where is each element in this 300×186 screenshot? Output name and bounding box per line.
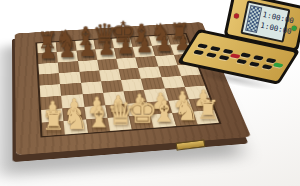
key-button <box>253 55 264 60</box>
left-key-cluster <box>193 43 233 60</box>
square-f7: ♟ <box>133 46 155 57</box>
square-a1: ♜ <box>42 121 65 136</box>
key-button <box>193 49 204 54</box>
white-rook: ♜ <box>42 108 66 135</box>
key-button <box>219 55 230 60</box>
black-pawn: ♟ <box>39 42 57 62</box>
black-pawn: ♟ <box>117 37 135 57</box>
square-c7: ♟ <box>76 50 97 61</box>
square-b6 <box>58 61 79 73</box>
square-c5 <box>79 70 101 82</box>
black-pawn: ♟ <box>155 35 173 55</box>
key-button <box>262 64 273 69</box>
white-bishop: ♝ <box>85 101 112 131</box>
white-knight: ♞ <box>174 96 199 124</box>
key-button <box>249 61 260 66</box>
black-pawn: ♟ <box>78 40 96 60</box>
key-button <box>240 52 251 57</box>
square-a6 <box>38 62 59 74</box>
black-pawn: ♟ <box>136 36 154 56</box>
green-led-icon <box>291 25 297 31</box>
red-led-icon <box>234 12 240 18</box>
square-d7: ♟ <box>95 48 116 59</box>
white-rook: ♜ <box>196 97 219 123</box>
right-key-cluster <box>236 52 276 69</box>
square-b1: ♞ <box>64 119 88 134</box>
white-knight: ♞ <box>63 104 89 133</box>
key-button <box>197 43 208 48</box>
key-button <box>210 46 221 51</box>
green-key-column <box>273 62 284 67</box>
clock-display: 1:00:00 1:00:00 <box>259 8 295 40</box>
square-e6 <box>116 57 138 69</box>
square-e7: ♟ <box>114 47 135 58</box>
square-e5 <box>119 68 141 80</box>
square-a5 <box>39 73 60 86</box>
square-g7: ♟ <box>152 45 174 56</box>
enter-key-green <box>273 62 284 67</box>
key-button <box>206 52 217 57</box>
square-b7: ♟ <box>57 51 78 62</box>
square-a7: ♟ <box>38 52 58 64</box>
key-button <box>236 58 247 63</box>
lcd-screen: 1:00:00 1:00:00 <box>240 0 290 42</box>
square-g5 <box>158 65 181 77</box>
square-c1: ♝ <box>86 118 110 133</box>
black-pawn: ♟ <box>59 41 77 61</box>
product-photo: ♜♞♝♛♚♝♞♜♟♟♟♟♟♟♟♟♟♟♟♟♟♟♟♟♜♞♝♛♚♝♞♜ 1:00:00… <box>0 0 300 186</box>
square-d5 <box>99 69 121 81</box>
black-pawn: ♟ <box>98 38 116 58</box>
